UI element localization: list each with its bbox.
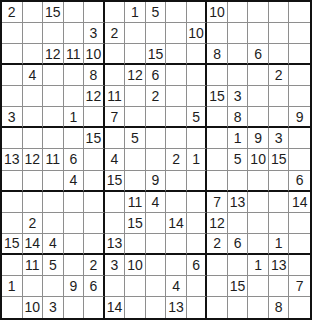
cell-r5c15[interactable] <box>289 86 310 107</box>
cell-r11c5[interactable] <box>84 213 105 234</box>
cell-r7c8[interactable] <box>146 128 167 149</box>
cell-r2c5[interactable]: 3 <box>84 23 105 44</box>
cell-r3c10[interactable] <box>187 44 208 65</box>
cell-r11c15[interactable] <box>289 213 310 234</box>
cell-r10c1[interactable] <box>2 192 23 213</box>
cell-r13c2[interactable]: 11 <box>23 255 44 276</box>
cell-r11c6[interactable] <box>105 213 126 234</box>
cell-r13c14[interactable]: 13 <box>269 255 290 276</box>
cell-r13c10[interactable]: 6 <box>187 255 208 276</box>
cell-r5c5[interactable]: 12 <box>84 86 105 107</box>
cell-r11c11[interactable]: 12 <box>207 213 228 234</box>
cell-r14c14[interactable] <box>269 276 290 297</box>
cell-r12c3[interactable]: 4 <box>43 234 64 255</box>
cell-r8c12[interactable]: 5 <box>228 149 249 170</box>
cell-r6c6[interactable]: 7 <box>105 107 126 128</box>
cell-r13c1[interactable] <box>2 255 23 276</box>
cell-r11c7[interactable]: 15 <box>125 213 146 234</box>
cell-r7c12[interactable]: 1 <box>228 128 249 149</box>
cell-r10c13[interactable] <box>248 192 269 213</box>
cell-r6c4[interactable]: 1 <box>64 107 85 128</box>
cell-r12c7[interactable] <box>125 234 146 255</box>
cell-r4c1[interactable] <box>2 65 23 86</box>
cell-r11c2[interactable]: 2 <box>23 213 44 234</box>
cell-r7c11[interactable] <box>207 128 228 149</box>
cell-r12c8[interactable] <box>146 234 167 255</box>
cell-r14c1[interactable]: 1 <box>2 276 23 297</box>
cell-r6c12[interactable]: 8 <box>228 107 249 128</box>
cell-r10c7[interactable]: 11 <box>125 192 146 213</box>
cell-r15c10[interactable] <box>187 297 208 318</box>
cell-r11c4[interactable] <box>64 213 85 234</box>
cell-r12c5[interactable] <box>84 234 105 255</box>
cell-r14c7[interactable] <box>125 276 146 297</box>
cell-r2c7[interactable] <box>125 23 146 44</box>
cell-r12c12[interactable]: 6 <box>228 234 249 255</box>
cell-r10c4[interactable] <box>64 192 85 213</box>
cell-r6c5[interactable] <box>84 107 105 128</box>
cell-r15c4[interactable] <box>64 297 85 318</box>
cell-r14c11[interactable] <box>207 276 228 297</box>
cell-r2c6[interactable]: 2 <box>105 23 126 44</box>
cell-r8c4[interactable]: 6 <box>64 149 85 170</box>
cell-r10c12[interactable]: 13 <box>228 192 249 213</box>
cell-r1c9[interactable] <box>166 2 187 23</box>
cell-r4c2[interactable]: 4 <box>23 65 44 86</box>
cell-r1c6[interactable] <box>105 2 126 23</box>
cell-r4c3[interactable] <box>43 65 64 86</box>
cell-r7c2[interactable] <box>23 128 44 149</box>
cell-r4c8[interactable]: 6 <box>146 65 167 86</box>
cell-r11c12[interactable] <box>228 213 249 234</box>
cell-r7c14[interactable]: 3 <box>269 128 290 149</box>
cell-r13c11[interactable] <box>207 255 228 276</box>
cell-r8c1[interactable]: 13 <box>2 149 23 170</box>
cell-r15c11[interactable] <box>207 297 228 318</box>
cell-r10c11[interactable]: 7 <box>207 192 228 213</box>
cell-r8c5[interactable] <box>84 149 105 170</box>
cell-r10c8[interactable]: 4 <box>146 192 167 213</box>
cell-r4c11[interactable] <box>207 65 228 86</box>
cell-r14c13[interactable] <box>248 276 269 297</box>
cell-r2c8[interactable] <box>146 23 167 44</box>
cell-r2c4[interactable] <box>64 23 85 44</box>
cell-r8c11[interactable] <box>207 149 228 170</box>
cell-r7c5[interactable]: 15 <box>84 128 105 149</box>
cell-r2c1[interactable] <box>2 23 23 44</box>
cell-r11c13[interactable] <box>248 213 269 234</box>
cell-r10c3[interactable] <box>43 192 64 213</box>
cell-r9c12[interactable] <box>228 171 249 192</box>
cell-r15c7[interactable] <box>125 297 146 318</box>
cell-r13c12[interactable] <box>228 255 249 276</box>
cell-r8c7[interactable] <box>125 149 146 170</box>
cell-r8c2[interactable]: 12 <box>23 149 44 170</box>
cell-r5c1[interactable] <box>2 86 23 107</box>
cell-r12c6[interactable]: 13 <box>105 234 126 255</box>
cell-r5c14[interactable] <box>269 86 290 107</box>
cell-r1c1[interactable]: 2 <box>2 2 23 23</box>
cell-r14c15[interactable]: 7 <box>289 276 310 297</box>
cell-r6c11[interactable] <box>207 107 228 128</box>
cell-r9c9[interactable] <box>166 171 187 192</box>
cell-r5c6[interactable]: 11 <box>105 86 126 107</box>
cell-r3c11[interactable]: 8 <box>207 44 228 65</box>
cell-r12c13[interactable] <box>248 234 269 255</box>
cell-r8c3[interactable]: 11 <box>43 149 64 170</box>
cell-r3c6[interactable] <box>105 44 126 65</box>
cell-r3c9[interactable] <box>166 44 187 65</box>
cell-r2c11[interactable] <box>207 23 228 44</box>
cell-r5c4[interactable] <box>64 86 85 107</box>
cell-r5c11[interactable]: 15 <box>207 86 228 107</box>
cell-r13c13[interactable]: 1 <box>248 255 269 276</box>
cell-r12c10[interactable] <box>187 234 208 255</box>
cell-r1c15[interactable] <box>289 2 310 23</box>
cell-r13c3[interactable]: 5 <box>43 255 64 276</box>
cell-r14c10[interactable] <box>187 276 208 297</box>
cell-r2c13[interactable] <box>248 23 269 44</box>
cell-r10c6[interactable] <box>105 192 126 213</box>
cell-r3c13[interactable]: 6 <box>248 44 269 65</box>
cell-r9c5[interactable] <box>84 171 105 192</box>
cell-r4c12[interactable] <box>228 65 249 86</box>
cell-r15c2[interactable]: 10 <box>23 297 44 318</box>
cell-r6c8[interactable] <box>146 107 167 128</box>
cell-r15c15[interactable] <box>289 297 310 318</box>
cell-r11c14[interactable] <box>269 213 290 234</box>
cell-r11c8[interactable] <box>146 213 167 234</box>
cell-r4c6[interactable] <box>105 65 126 86</box>
cell-r7c7[interactable]: 5 <box>125 128 146 149</box>
cell-r4c7[interactable]: 12 <box>125 65 146 86</box>
cell-r7c15[interactable] <box>289 128 310 149</box>
cell-r13c7[interactable]: 10 <box>125 255 146 276</box>
cell-r15c13[interactable] <box>248 297 269 318</box>
cell-r2c12[interactable] <box>228 23 249 44</box>
cell-r3c8[interactable]: 15 <box>146 44 167 65</box>
cell-r8c9[interactable]: 2 <box>166 149 187 170</box>
cell-r5c12[interactable]: 3 <box>228 86 249 107</box>
cell-r9c4[interactable]: 4 <box>64 171 85 192</box>
cell-r7c3[interactable] <box>43 128 64 149</box>
cell-r2c9[interactable] <box>166 23 187 44</box>
cell-r4c5[interactable]: 8 <box>84 65 105 86</box>
cell-r9c6[interactable]: 15 <box>105 171 126 192</box>
cell-r12c9[interactable] <box>166 234 187 255</box>
cell-r11c3[interactable] <box>43 213 64 234</box>
cell-r13c6[interactable]: 3 <box>105 255 126 276</box>
cell-r6c2[interactable] <box>23 107 44 128</box>
cell-r10c2[interactable] <box>23 192 44 213</box>
cell-r1c3[interactable]: 15 <box>43 2 64 23</box>
cell-r15c5[interactable] <box>84 297 105 318</box>
cell-r14c6[interactable] <box>105 276 126 297</box>
cell-r1c8[interactable]: 5 <box>146 2 167 23</box>
cell-r11c1[interactable] <box>2 213 23 234</box>
cell-r5c7[interactable] <box>125 86 146 107</box>
cell-r3c3[interactable]: 12 <box>43 44 64 65</box>
cell-r1c10[interactable] <box>187 2 208 23</box>
cell-r11c10[interactable] <box>187 213 208 234</box>
cell-r8c15[interactable] <box>289 149 310 170</box>
cell-r13c15[interactable] <box>289 255 310 276</box>
cell-r3c2[interactable] <box>23 44 44 65</box>
cell-r5c3[interactable] <box>43 86 64 107</box>
cell-r14c5[interactable]: 6 <box>84 276 105 297</box>
cell-r3c4[interactable]: 11 <box>64 44 85 65</box>
cell-r12c4[interactable] <box>64 234 85 255</box>
cell-r9c11[interactable] <box>207 171 228 192</box>
cell-r11c9[interactable]: 14 <box>166 213 187 234</box>
cell-r7c13[interactable]: 9 <box>248 128 269 149</box>
cell-r13c9[interactable] <box>166 255 187 276</box>
cell-r15c9[interactable]: 13 <box>166 297 187 318</box>
cell-r9c7[interactable] <box>125 171 146 192</box>
cell-r9c10[interactable] <box>187 171 208 192</box>
cell-r15c12[interactable] <box>228 297 249 318</box>
cell-r3c14[interactable] <box>269 44 290 65</box>
cell-r15c14[interactable]: 8 <box>269 297 290 318</box>
cell-r6c14[interactable] <box>269 107 290 128</box>
cell-r12c14[interactable]: 1 <box>269 234 290 255</box>
cell-r13c5[interactable]: 2 <box>84 255 105 276</box>
cell-r14c9[interactable]: 4 <box>166 276 187 297</box>
cell-r1c11[interactable]: 10 <box>207 2 228 23</box>
cell-r6c3[interactable] <box>43 107 64 128</box>
cell-r10c5[interactable] <box>84 192 105 213</box>
cell-r4c15[interactable] <box>289 65 310 86</box>
cell-r12c2[interactable]: 14 <box>23 234 44 255</box>
cell-r12c1[interactable]: 15 <box>2 234 23 255</box>
cell-r3c7[interactable] <box>125 44 146 65</box>
sudoku-board: 2151510321012111015864812621211215331758… <box>0 0 312 320</box>
cell-r8c14[interactable]: 15 <box>269 149 290 170</box>
cell-r9c1[interactable] <box>2 171 23 192</box>
cell-r6c9[interactable] <box>166 107 187 128</box>
cell-r10c9[interactable] <box>166 192 187 213</box>
cell-r3c12[interactable] <box>228 44 249 65</box>
cell-r7c10[interactable] <box>187 128 208 149</box>
cell-r1c7[interactable]: 1 <box>125 2 146 23</box>
cell-r4c10[interactable] <box>187 65 208 86</box>
cell-r6c1[interactable]: 3 <box>2 107 23 128</box>
cell-r6c10[interactable]: 5 <box>187 107 208 128</box>
cell-r9c8[interactable]: 9 <box>146 171 167 192</box>
cell-r3c15[interactable] <box>289 44 310 65</box>
cell-r3c5[interactable]: 10 <box>84 44 105 65</box>
cell-r14c12[interactable]: 15 <box>228 276 249 297</box>
cell-r2c15[interactable] <box>289 23 310 44</box>
cell-r5c9[interactable] <box>166 86 187 107</box>
cell-r7c4[interactable] <box>64 128 85 149</box>
cell-r4c4[interactable] <box>64 65 85 86</box>
cell-r6c7[interactable] <box>125 107 146 128</box>
cell-r1c4[interactable] <box>64 2 85 23</box>
cell-r2c3[interactable] <box>43 23 64 44</box>
cell-r5c2[interactable] <box>23 86 44 107</box>
cell-r3c1[interactable] <box>2 44 23 65</box>
cell-r8c10[interactable]: 1 <box>187 149 208 170</box>
cell-r8c13[interactable]: 10 <box>248 149 269 170</box>
cell-r14c8[interactable] <box>146 276 167 297</box>
cell-r12c15[interactable] <box>289 234 310 255</box>
cell-r5c8[interactable]: 2 <box>146 86 167 107</box>
cell-r1c13[interactable] <box>248 2 269 23</box>
cell-r13c4[interactable] <box>64 255 85 276</box>
cell-r1c12[interactable] <box>228 2 249 23</box>
cell-r4c14[interactable]: 2 <box>269 65 290 86</box>
cell-r7c9[interactable] <box>166 128 187 149</box>
cell-r10c10[interactable] <box>187 192 208 213</box>
cell-r14c4[interactable]: 9 <box>64 276 85 297</box>
cell-r9c15[interactable]: 6 <box>289 171 310 192</box>
cell-r5c13[interactable] <box>248 86 269 107</box>
cell-r10c14[interactable] <box>269 192 290 213</box>
cell-r2c10[interactable]: 10 <box>187 23 208 44</box>
cell-r6c13[interactable] <box>248 107 269 128</box>
cell-r9c13[interactable] <box>248 171 269 192</box>
cell-r13c8[interactable] <box>146 255 167 276</box>
cell-r4c13[interactable] <box>248 65 269 86</box>
cell-r15c1[interactable] <box>2 297 23 318</box>
cell-r15c8[interactable] <box>146 297 167 318</box>
cell-r14c2[interactable] <box>23 276 44 297</box>
cell-r7c6[interactable] <box>105 128 126 149</box>
cell-r8c8[interactable] <box>146 149 167 170</box>
cell-r4c9[interactable] <box>166 65 187 86</box>
cell-r1c14[interactable] <box>269 2 290 23</box>
cell-r7c1[interactable] <box>2 128 23 149</box>
cell-r6c15[interactable]: 9 <box>289 107 310 128</box>
cell-r5c10[interactable] <box>187 86 208 107</box>
cell-r15c3[interactable]: 3 <box>43 297 64 318</box>
cell-r1c5[interactable] <box>84 2 105 23</box>
cell-r9c2[interactable] <box>23 171 44 192</box>
cell-r12c11[interactable]: 2 <box>207 234 228 255</box>
cell-r2c14[interactable] <box>269 23 290 44</box>
cell-r15c6[interactable]: 14 <box>105 297 126 318</box>
cell-r10c15[interactable]: 14 <box>289 192 310 213</box>
cell-r9c14[interactable] <box>269 171 290 192</box>
cell-r14c3[interactable] <box>43 276 64 297</box>
cell-r9c3[interactable] <box>43 171 64 192</box>
cell-r8c6[interactable]: 4 <box>105 149 126 170</box>
cell-r2c2[interactable] <box>23 23 44 44</box>
cell-r1c2[interactable] <box>23 2 44 23</box>
